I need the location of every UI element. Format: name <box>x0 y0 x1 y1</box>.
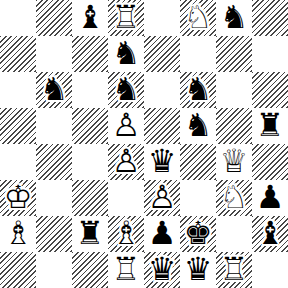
square-b1[interactable] <box>36 252 72 288</box>
square-e3[interactable]: ♟♙ <box>144 180 180 216</box>
piece-outline: ♖ <box>108 252 144 288</box>
square-g1[interactable]: ♜♖ <box>216 252 252 288</box>
piece-silhouette: ♛ <box>144 144 180 180</box>
black-knight[interactable]: ♞ <box>108 72 144 108</box>
square-f7[interactable] <box>180 36 216 72</box>
square-g6[interactable] <box>216 72 252 108</box>
piece-outline: ♘ <box>216 180 252 216</box>
piece-silhouette: ♞ <box>108 36 144 72</box>
square-f3[interactable] <box>180 180 216 216</box>
square-d8[interactable]: ♜♖ <box>108 0 144 36</box>
piece-silhouette: ♞ <box>180 108 216 144</box>
square-d2[interactable]: ♝♗ <box>108 216 144 252</box>
square-h4[interactable] <box>252 144 288 180</box>
white-bishop[interactable]: ♝♗ <box>0 216 36 252</box>
square-a6[interactable] <box>0 72 36 108</box>
square-a7[interactable] <box>0 36 36 72</box>
square-e5[interactable] <box>144 108 180 144</box>
piece-outline: ♙ <box>144 180 180 216</box>
square-b4[interactable] <box>36 144 72 180</box>
piece-silhouette: ♜ <box>252 108 288 144</box>
square-d4[interactable]: ♟♙ <box>108 144 144 180</box>
square-a8[interactable] <box>0 0 36 36</box>
square-f5[interactable]: ♞ <box>180 108 216 144</box>
square-d7[interactable]: ♞ <box>108 36 144 72</box>
square-h2[interactable]: ♝ <box>252 216 288 252</box>
square-g2[interactable] <box>216 216 252 252</box>
white-rook[interactable]: ♜♖ <box>108 0 144 36</box>
square-b7[interactable] <box>36 36 72 72</box>
black-knight[interactable]: ♞ <box>216 0 252 36</box>
square-h5[interactable]: ♜ <box>252 108 288 144</box>
piece-outline: ♙ <box>108 108 144 144</box>
square-d5[interactable]: ♟♙ <box>108 108 144 144</box>
piece-outline: ♔ <box>0 180 36 216</box>
square-b6[interactable]: ♞ <box>36 72 72 108</box>
white-bishop[interactable]: ♝♗ <box>108 216 144 252</box>
square-e7[interactable] <box>144 36 180 72</box>
square-b5[interactable] <box>36 108 72 144</box>
piece-silhouette: ♞ <box>180 72 216 108</box>
black-rook[interactable]: ♜ <box>72 216 108 252</box>
square-c2[interactable]: ♜ <box>72 216 108 252</box>
square-a1[interactable] <box>0 252 36 288</box>
black-knight[interactable]: ♞ <box>108 36 144 72</box>
piece-silhouette: ♟ <box>144 216 180 252</box>
square-e6[interactable] <box>144 72 180 108</box>
square-c6[interactable] <box>72 72 108 108</box>
black-queen[interactable]: ♛ <box>144 252 180 288</box>
square-e1[interactable]: ♛ <box>144 252 180 288</box>
square-c5[interactable] <box>72 108 108 144</box>
square-h7[interactable] <box>252 36 288 72</box>
piece-outline: ♗ <box>0 216 36 252</box>
square-a3[interactable]: ♚♔ <box>0 180 36 216</box>
square-e8[interactable] <box>144 0 180 36</box>
black-bishop[interactable]: ♝ <box>72 0 108 36</box>
piece-outline: ♖ <box>216 252 252 288</box>
square-c3[interactable] <box>72 180 108 216</box>
white-knight[interactable]: ♞♘ <box>216 180 252 216</box>
piece-silhouette: ♛ <box>180 252 216 288</box>
square-f1[interactable]: ♛ <box>180 252 216 288</box>
square-g8[interactable]: ♞ <box>216 0 252 36</box>
piece-silhouette: ♝ <box>252 216 288 252</box>
piece-outline: ♕ <box>216 144 252 180</box>
white-rook[interactable]: ♜♖ <box>216 252 252 288</box>
square-d6[interactable]: ♞ <box>108 72 144 108</box>
piece-silhouette: ♞ <box>216 0 252 36</box>
square-a2[interactable]: ♝♗ <box>0 216 36 252</box>
white-king[interactable]: ♚♔ <box>0 180 36 216</box>
white-pawn[interactable]: ♟♙ <box>108 144 144 180</box>
white-rook[interactable]: ♜♖ <box>108 252 144 288</box>
piece-outline: ♖ <box>108 0 144 36</box>
black-pawn[interactable]: ♟ <box>252 180 288 216</box>
piece-silhouette: ♛ <box>144 252 180 288</box>
black-queen[interactable]: ♛ <box>144 144 180 180</box>
square-d1[interactable]: ♜♖ <box>108 252 144 288</box>
black-knight[interactable]: ♞ <box>180 72 216 108</box>
white-knight[interactable]: ♞♘ <box>180 0 216 36</box>
white-pawn[interactable]: ♟♙ <box>144 180 180 216</box>
square-e2[interactable]: ♟ <box>144 216 180 252</box>
square-b8[interactable] <box>36 0 72 36</box>
square-a4[interactable] <box>0 144 36 180</box>
black-knight[interactable]: ♞ <box>36 72 72 108</box>
black-pawn[interactable]: ♟ <box>144 216 180 252</box>
square-f4[interactable] <box>180 144 216 180</box>
chess-board: ♝♜♖♞♘♞♞♞♞♞♟♙♞♜♟♙♛♛♕♚♔♟♙♞♘♟♝♗♜♝♗♟♚♝♜♖♛♛♜♖ <box>0 0 288 288</box>
square-c4[interactable] <box>72 144 108 180</box>
piece-silhouette: ♞ <box>36 72 72 108</box>
square-g4[interactable]: ♛♕ <box>216 144 252 180</box>
square-d3[interactable] <box>108 180 144 216</box>
black-queen[interactable]: ♛ <box>180 252 216 288</box>
piece-silhouette: ♟ <box>252 180 288 216</box>
square-h1[interactable] <box>252 252 288 288</box>
square-h8[interactable] <box>252 0 288 36</box>
black-rook[interactable]: ♜ <box>252 108 288 144</box>
white-queen[interactable]: ♛♕ <box>216 144 252 180</box>
black-bishop[interactable]: ♝ <box>252 216 288 252</box>
piece-silhouette: ♚ <box>180 216 216 252</box>
white-pawn[interactable]: ♟♙ <box>108 108 144 144</box>
piece-silhouette: ♞ <box>108 72 144 108</box>
square-g3[interactable]: ♞♘ <box>216 180 252 216</box>
square-c7[interactable] <box>72 36 108 72</box>
square-g7[interactable] <box>216 36 252 72</box>
piece-outline: ♘ <box>180 0 216 36</box>
square-f8[interactable]: ♞♘ <box>180 0 216 36</box>
square-h6[interactable] <box>252 72 288 108</box>
square-c1[interactable] <box>72 252 108 288</box>
square-f2[interactable]: ♚ <box>180 216 216 252</box>
square-c8[interactable]: ♝ <box>72 0 108 36</box>
piece-silhouette: ♝ <box>72 0 108 36</box>
piece-outline: ♙ <box>108 144 144 180</box>
square-b3[interactable] <box>36 180 72 216</box>
square-a5[interactable] <box>0 108 36 144</box>
black-king[interactable]: ♚ <box>180 216 216 252</box>
black-knight[interactable]: ♞ <box>180 108 216 144</box>
square-f6[interactable]: ♞ <box>180 72 216 108</box>
square-g5[interactable] <box>216 108 252 144</box>
square-h3[interactable]: ♟ <box>252 180 288 216</box>
piece-silhouette: ♜ <box>72 216 108 252</box>
square-b2[interactable] <box>36 216 72 252</box>
piece-outline: ♗ <box>108 216 144 252</box>
square-e4[interactable]: ♛ <box>144 144 180 180</box>
